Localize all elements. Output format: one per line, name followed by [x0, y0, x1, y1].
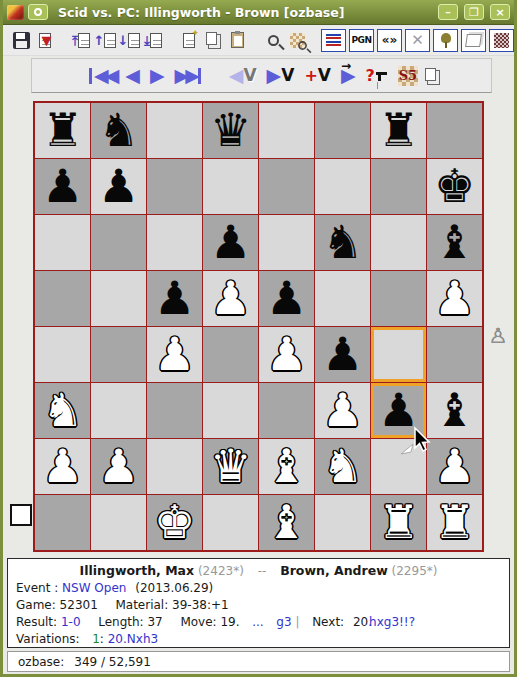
event-label: Event : [16, 581, 58, 595]
piece-white-pawn-a2[interactable]: ♟ [42, 439, 83, 494]
square-e6[interactable] [259, 215, 314, 270]
game-info-panel: Illingworth, Max (2423*) -- Brown, Andre… [7, 558, 510, 648]
close-button[interactable]: × [490, 4, 510, 20]
length-label: Length: [98, 615, 143, 629]
comment-editor-toggle[interactable]: «» [377, 29, 402, 52]
square-g4[interactable] [371, 327, 426, 382]
variation-v-icon: V [243, 67, 256, 84]
piece-white-pawn-c4[interactable]: ♟ [154, 327, 195, 382]
square-f8[interactable] [315, 103, 370, 158]
scid-window: Scid vs. PC: Illingworth - Brown [ozbase… [0, 0, 517, 677]
piece-white-pawn-h2[interactable]: ♟ [434, 439, 475, 494]
nav-toolbar-wrap: ◀◀ ◀ ▶ ▶▶ ◀V ▶V +V →▶ ? S5 [3, 56, 514, 96]
piece-white-king-c1[interactable]: ♚ [154, 495, 195, 550]
piece-black-bishop-h6[interactable]: ♝ [434, 215, 475, 270]
square-b6[interactable] [91, 215, 146, 270]
window-menu-icon [34, 8, 42, 16]
square-b2[interactable]: ♟ [91, 439, 146, 494]
curved-arrow-icon: → [341, 59, 351, 73]
copy-button[interactable] [201, 28, 225, 52]
square-c2[interactable] [147, 439, 202, 494]
square-b7[interactable]: ♟ [91, 159, 146, 214]
piece-white-pawn-d5[interactable]: ♟ [210, 271, 251, 326]
square-a6[interactable] [35, 215, 90, 270]
left-arrow-dim-icon: ◀ [229, 66, 244, 85]
move-label: Move: [180, 615, 216, 629]
double-left-arrow-icon: ◀◀ [94, 66, 115, 85]
search-icon [298, 41, 307, 50]
piece-black-pawn-a7[interactable]: ♟ [42, 159, 83, 214]
piece-black-pawn-f4[interactable]: ♟ [322, 327, 363, 382]
variation-v-icon: V [318, 67, 331, 84]
square-d7[interactable] [203, 159, 258, 214]
piece-black-queen-d8[interactable]: ♛ [210, 103, 251, 158]
clipboard-icon [231, 32, 244, 48]
import-game-button[interactable]: ▼ [33, 28, 57, 52]
square-d3[interactable] [203, 383, 258, 438]
add-variation-button[interactable]: +V [300, 61, 335, 91]
square-f3[interactable]: ♟ [315, 383, 370, 438]
square-h8[interactable] [427, 103, 482, 158]
mouse-cursor-icon [391, 418, 431, 458]
go-start-button[interactable]: ◀◀ [83, 61, 119, 91]
square-c5[interactable]: ♟ [147, 271, 202, 326]
square-e3[interactable] [259, 383, 314, 438]
copy-pages-icon [425, 68, 436, 81]
titlebar: Scid vs. PC: Illingworth - Brown [ozbase… [3, 0, 514, 25]
piece-white-rook-g1[interactable]: ♜ [378, 495, 419, 550]
minimize-button[interactable]: – [438, 4, 458, 20]
game-list-icon [326, 34, 341, 47]
square-d8[interactable]: ♛ [203, 103, 258, 158]
square-a7[interactable]: ♟ [35, 159, 90, 214]
search-button[interactable] [261, 28, 285, 52]
square-e8[interactable] [259, 103, 314, 158]
variations-row: Variations: 1: 20.Nxh3 [16, 631, 501, 648]
variation-v-icon: V [281, 67, 294, 84]
piece-white-knight-a3[interactable]: ♞ [42, 383, 83, 438]
maximize-button[interactable]: ❐ [464, 4, 484, 20]
square-c7[interactable] [147, 159, 202, 214]
piece-black-pawn-c5[interactable]: ♟ [154, 271, 195, 326]
main-toolbar: ▼ ⤒ ↑ ↓ ⤓ ✦ PGN «» ✕ [3, 25, 514, 56]
up-arrow-icon: ↑ [94, 34, 105, 47]
square-h2[interactable]: ♟ [427, 439, 482, 494]
square-e2[interactable]: ♝ [259, 439, 314, 494]
result-label: Result: [16, 615, 57, 629]
game-number: 52301 [60, 598, 98, 612]
square-a4[interactable] [35, 327, 90, 382]
app-logo-icon [7, 5, 24, 20]
pgn-icon: PGN [351, 35, 371, 45]
red-arrow-icon: ▼ [42, 34, 52, 47]
square-e5[interactable]: ♟ [259, 271, 314, 326]
game-label: Game: [16, 598, 56, 612]
plus-icon: + [304, 68, 317, 84]
database-name: ozbase: [18, 655, 64, 669]
white-player-name: Illingworth, Max [80, 563, 195, 578]
board-search-button[interactable] [285, 28, 309, 52]
square-d1[interactable] [203, 495, 258, 550]
floppy-icon [13, 32, 30, 49]
book-window-toggle[interactable] [461, 29, 486, 52]
list-page-icon [150, 33, 162, 48]
pattern-board-icon [494, 33, 509, 48]
event-link[interactable]: NSW Open [62, 581, 126, 595]
material-value: 39-38:+1 [172, 598, 229, 612]
piece-white-pawn-f3[interactable]: ♟ [322, 383, 363, 438]
window-menu-button[interactable] [28, 4, 48, 20]
square-b3[interactable] [91, 383, 146, 438]
square-g6[interactable] [371, 215, 426, 270]
game-list-toggle[interactable] [321, 29, 346, 52]
piece-black-pawn-b7[interactable]: ♟ [98, 159, 139, 214]
piece-white-queen-d2[interactable]: ♛ [210, 439, 251, 494]
nav-toolbar: ◀◀ ◀ ▶ ▶▶ ◀V ▶V +V →▶ ? S5 [31, 58, 492, 93]
variation-move[interactable]: 20.Nxh3 [108, 632, 158, 646]
square-d2[interactable]: ♛ [203, 439, 258, 494]
game-counter: 349 / 52,591 [74, 655, 151, 669]
piece-black-knight-f6[interactable]: ♞ [322, 215, 363, 270]
piece-black-king-h7[interactable]: ♚ [434, 159, 475, 214]
copy-board-button[interactable] [424, 61, 440, 91]
enter-variation-button[interactable]: ▶V [263, 61, 299, 91]
square-h6[interactable]: ♝ [427, 215, 482, 270]
material-difference-pawn-icon: ♙ [488, 324, 507, 348]
piece-white-pawn-b2[interactable]: ♟ [98, 439, 139, 494]
move-number: 19. [220, 615, 239, 629]
window-title: Scid vs. PC: Illingworth - Brown [ozbase… [58, 5, 432, 20]
paste-button[interactable] [225, 28, 249, 52]
variations-label: Variations: [16, 632, 80, 646]
search-icon [268, 35, 279, 46]
result-row: Result: 1-0 Length: 37 Move: 19. ... g3 … [16, 614, 501, 631]
sparkle-icon: ✦ [191, 28, 199, 38]
list-page-icon [128, 33, 140, 48]
square-a1[interactable] [35, 495, 90, 550]
square-h1[interactable]: ♜ [427, 495, 482, 550]
game-row: Game: 52301 Material: 39-38:+1 [16, 597, 501, 614]
square-f2[interactable]: ♞ [315, 439, 370, 494]
square-h4[interactable] [427, 327, 482, 382]
right-arrow-icon: ▶ [267, 66, 282, 85]
square-e7[interactable] [259, 159, 314, 214]
material-search-toggle[interactable] [489, 29, 514, 52]
maintenance-toggle[interactable]: ✕ [405, 29, 430, 52]
move-separator: | [295, 615, 299, 629]
status-bar: ozbase: 349 / 52,591 [7, 651, 510, 672]
square-h7[interactable]: ♚ [427, 159, 482, 214]
square-g5[interactable] [371, 271, 426, 326]
variation-colon: : [100, 632, 104, 646]
square-b4[interactable] [91, 327, 146, 382]
tools-icon: ✕ [411, 31, 424, 49]
length-value: 37 [147, 615, 162, 629]
piece-black-pawn-e5[interactable]: ♟ [266, 271, 307, 326]
square-c8[interactable] [147, 103, 202, 158]
go-end-button[interactable]: ▶▶ [171, 61, 207, 91]
piece-white-pawn-h5[interactable]: ♟ [434, 271, 475, 326]
event-date: (2013.06.29) [135, 581, 213, 595]
right-arrow-icon: ▶ [150, 66, 165, 85]
square-c1[interactable]: ♚ [147, 495, 202, 550]
square-g7[interactable] [371, 159, 426, 214]
square-b1[interactable] [91, 495, 146, 550]
event-row: Event : NSW Open (2013.06.29) [16, 580, 501, 597]
piece-black-pawn-d6[interactable]: ♟ [210, 215, 251, 270]
square-h3[interactable]: ♝ [427, 383, 482, 438]
down-arrow-icon: ↓ [118, 34, 129, 47]
square-f7[interactable] [315, 159, 370, 214]
piece-black-knight-b8[interactable]: ♞ [98, 103, 139, 158]
square-b5[interactable] [91, 271, 146, 326]
square-c3[interactable] [147, 383, 202, 438]
square-f4[interactable]: ♟ [315, 327, 370, 382]
previous-game-button[interactable]: ↑ [93, 28, 117, 52]
forward-button[interactable]: ▶ [146, 61, 169, 91]
side-to-move-indicator [10, 504, 32, 526]
move-ellipsis[interactable]: ... [252, 615, 263, 629]
chess-board: ♜♞♛♜♟♟♚♟♞♝♟♟♟♟♟♟♟♞♟♟♝♟♟♛♝♞♟♚♝♜♜ [33, 101, 484, 552]
first-game-button[interactable]: ⤒ [69, 28, 93, 52]
annotate-button[interactable]: ? [362, 61, 392, 91]
square-f6[interactable]: ♞ [315, 215, 370, 270]
piece-black-rook-g8[interactable]: ♜ [378, 103, 419, 158]
piece-white-rook-h1[interactable]: ♜ [434, 495, 475, 550]
list-page-icon [78, 33, 90, 48]
players-row: Illingworth, Max (2423*) -- Brown, Andre… [16, 562, 501, 580]
square-g1[interactable]: ♜ [371, 495, 426, 550]
gavel-icon [376, 69, 388, 83]
copy-pages-icon [206, 32, 217, 45]
square-e4[interactable]: ♟ [259, 327, 314, 382]
black-player-rating: (2295*) [392, 564, 438, 578]
square-g8[interactable]: ♜ [371, 103, 426, 158]
piece-white-bishop-e1[interactable]: ♝ [266, 495, 307, 550]
piece-black-rook-a8[interactable]: ♜ [42, 103, 83, 158]
square-c4[interactable]: ♟ [147, 327, 202, 382]
square-c6[interactable] [147, 215, 202, 270]
square-h5[interactable]: ♟ [427, 271, 482, 326]
double-right-arrow-icon: ▶▶ [175, 66, 196, 85]
book-icon [465, 34, 482, 47]
square-a5[interactable] [35, 271, 90, 326]
square-b8[interactable]: ♞ [91, 103, 146, 158]
setup-board-icon: S5 [398, 66, 418, 86]
black-player-name: Brown, Andrew [280, 563, 388, 578]
current-move[interactable]: g3 [276, 615, 291, 629]
tree-window-toggle[interactable] [433, 29, 458, 52]
back-button[interactable]: ◀ [121, 61, 144, 91]
bar-icon [198, 68, 201, 84]
board-area: ♜♞♛♜♟♟♚♟♞♝♟♟♟♟♟♟♟♞♟♟♝♟♟♛♝♞♟♚♝♜♜ ♙ [3, 96, 514, 557]
pgn-window-toggle[interactable]: PGN [349, 29, 374, 52]
question-icon: ? [366, 68, 375, 84]
piece-white-bishop-e2[interactable]: ♝ [266, 439, 307, 494]
square-a2[interactable]: ♟ [35, 439, 90, 494]
piece-black-bishop-h3[interactable]: ♝ [434, 383, 475, 438]
new-game-button[interactable]: ✦ [177, 28, 201, 52]
square-d4[interactable] [203, 327, 258, 382]
tree-icon [439, 33, 453, 48]
piece-white-pawn-e4[interactable]: ♟ [266, 327, 307, 382]
autoplay-button[interactable]: →▶ [337, 61, 360, 91]
setup-board-button[interactable]: S5 [394, 61, 422, 91]
exit-variation-button[interactable]: ◀V [225, 61, 261, 91]
variation-count: 1 [92, 632, 100, 646]
white-player-rating: (2423*) [198, 564, 244, 578]
next-move[interactable]: hxg3!!? [369, 615, 415, 629]
next-label: Next: [312, 615, 344, 629]
last-game-button[interactable]: ⤓ [141, 28, 165, 52]
list-page-icon [104, 33, 116, 48]
left-arrow-icon: ◀ [125, 66, 140, 85]
quotes-icon: «» [382, 33, 398, 47]
square-a3[interactable]: ♞ [35, 383, 90, 438]
players-separator: -- [258, 564, 267, 578]
result-value[interactable]: 1-0 [61, 615, 81, 629]
bar-icon [89, 68, 92, 84]
piece-white-knight-f2[interactable]: ♞ [322, 439, 363, 494]
save-game-button[interactable] [9, 28, 33, 52]
square-f5[interactable] [315, 271, 370, 326]
square-e1[interactable]: ♝ [259, 495, 314, 550]
material-label: Material: [115, 598, 168, 612]
square-a8[interactable]: ♜ [35, 103, 90, 158]
square-d5[interactable]: ♟ [203, 271, 258, 326]
square-d6[interactable]: ♟ [203, 215, 258, 270]
next-game-button[interactable]: ↓ [117, 28, 141, 52]
square-f1[interactable] [315, 495, 370, 550]
